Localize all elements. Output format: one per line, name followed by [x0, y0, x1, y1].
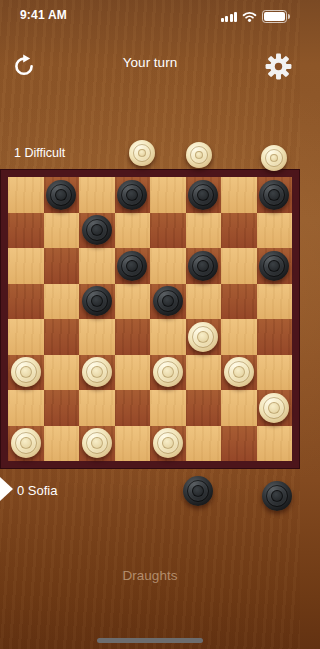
- app-name-label: Draughts: [0, 568, 300, 583]
- board-square[interactable]: [115, 355, 151, 391]
- board-square[interactable]: [150, 284, 186, 320]
- checker-black[interactable]: [188, 251, 218, 281]
- board-square[interactable]: [221, 177, 257, 213]
- board-square[interactable]: [186, 355, 222, 391]
- home-indicator[interactable]: [97, 638, 203, 643]
- board: [1, 170, 299, 468]
- board-square[interactable]: [79, 284, 115, 320]
- board-square[interactable]: [44, 319, 80, 355]
- board-square[interactable]: [115, 177, 151, 213]
- board-square[interactable]: [115, 284, 151, 320]
- board-square[interactable]: [79, 213, 115, 249]
- board-square[interactable]: [79, 426, 115, 462]
- board-square[interactable]: [221, 355, 257, 391]
- board-square[interactable]: [115, 213, 151, 249]
- board-square[interactable]: [257, 248, 293, 284]
- board-square[interactable]: [186, 248, 222, 284]
- checker-black[interactable]: [82, 286, 112, 316]
- checker-black[interactable]: [259, 180, 289, 210]
- opponent-score-label: 1 Difficult: [14, 146, 65, 160]
- board-square[interactable]: [257, 355, 293, 391]
- status-bar: 9:41 AM: [0, 0, 300, 26]
- board-square[interactable]: [221, 426, 257, 462]
- board-square[interactable]: [257, 390, 293, 426]
- toolbar: Your turn: [0, 50, 300, 84]
- board-square[interactable]: [150, 177, 186, 213]
- board-square[interactable]: [44, 284, 80, 320]
- board-square[interactable]: [257, 213, 293, 249]
- board-square[interactable]: [79, 248, 115, 284]
- board-square[interactable]: [186, 177, 222, 213]
- checker-black[interactable]: [117, 251, 147, 281]
- board-square[interactable]: [150, 390, 186, 426]
- board-square[interactable]: [44, 248, 80, 284]
- checker-black[interactable]: [188, 180, 218, 210]
- board-square[interactable]: [221, 248, 257, 284]
- captured-piece-white: [186, 142, 212, 168]
- checker-white[interactable]: [82, 428, 112, 458]
- board-square[interactable]: [221, 390, 257, 426]
- captured-piece-white: [129, 140, 155, 166]
- checker-white[interactable]: [11, 428, 41, 458]
- board-square[interactable]: [221, 284, 257, 320]
- checker-black[interactable]: [82, 215, 112, 245]
- checker-black[interactable]: [46, 180, 76, 210]
- board-square[interactable]: [44, 177, 80, 213]
- board-square[interactable]: [79, 177, 115, 213]
- checker-white[interactable]: [153, 428, 183, 458]
- board-square[interactable]: [115, 248, 151, 284]
- board-square[interactable]: [8, 355, 44, 391]
- board-square[interactable]: [79, 390, 115, 426]
- board-square[interactable]: [8, 426, 44, 462]
- board-square[interactable]: [79, 355, 115, 391]
- board-square[interactable]: [79, 319, 115, 355]
- clock-text: 9:41 AM: [20, 8, 67, 22]
- board-square[interactable]: [221, 319, 257, 355]
- checker-white[interactable]: [224, 357, 254, 387]
- checker-black[interactable]: [259, 251, 289, 281]
- board-square[interactable]: [115, 426, 151, 462]
- checker-black[interactable]: [117, 180, 147, 210]
- wifi-icon: [242, 11, 257, 22]
- turn-status-label: Your turn: [0, 55, 300, 70]
- board-square[interactable]: [8, 248, 44, 284]
- board-square[interactable]: [115, 319, 151, 355]
- captured-piece-black: [183, 476, 213, 506]
- captured-piece-white: [261, 145, 287, 171]
- board-square[interactable]: [257, 177, 293, 213]
- checker-white[interactable]: [153, 357, 183, 387]
- board-square[interactable]: [186, 213, 222, 249]
- board-square[interactable]: [8, 213, 44, 249]
- board-square[interactable]: [8, 319, 44, 355]
- board-square[interactable]: [150, 248, 186, 284]
- player-score-label: 0 Sofia: [17, 483, 57, 498]
- board-square[interactable]: [221, 213, 257, 249]
- battery-icon: [262, 10, 287, 23]
- board-square[interactable]: [257, 426, 293, 462]
- board-square[interactable]: [186, 284, 222, 320]
- board-square[interactable]: [44, 213, 80, 249]
- checker-white[interactable]: [82, 357, 112, 387]
- board-square[interactable]: [150, 426, 186, 462]
- signal-bars-icon: [221, 12, 238, 22]
- board-square[interactable]: [257, 319, 293, 355]
- board-square[interactable]: [257, 284, 293, 320]
- checker-white[interactable]: [188, 322, 218, 352]
- board-square[interactable]: [44, 390, 80, 426]
- board-square[interactable]: [44, 355, 80, 391]
- board-square[interactable]: [8, 177, 44, 213]
- board-square[interactable]: [186, 319, 222, 355]
- board-square[interactable]: [150, 213, 186, 249]
- checker-white[interactable]: [259, 393, 289, 423]
- board-grid: [8, 177, 292, 461]
- checker-white[interactable]: [11, 357, 41, 387]
- checker-black[interactable]: [153, 286, 183, 316]
- board-square[interactable]: [186, 426, 222, 462]
- board-square[interactable]: [115, 390, 151, 426]
- gear-icon: [265, 53, 292, 80]
- board-square[interactable]: [150, 355, 186, 391]
- board-square[interactable]: [44, 426, 80, 462]
- board-square[interactable]: [8, 390, 44, 426]
- board-square[interactable]: [150, 319, 186, 355]
- board-square[interactable]: [186, 390, 222, 426]
- captured-piece-black: [262, 481, 292, 511]
- settings-button[interactable]: [265, 53, 292, 80]
- board-square[interactable]: [8, 284, 44, 320]
- turn-arrow-icon: [0, 477, 13, 501]
